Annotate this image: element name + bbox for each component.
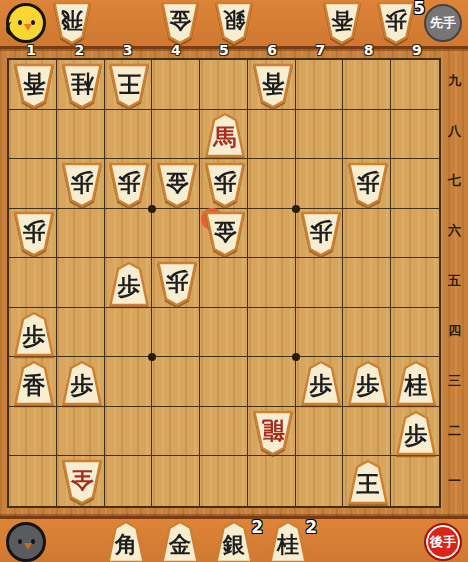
board-square[interactable] [391,456,439,506]
svg-text:歩: 歩 [385,8,408,33]
board-piece-sente[interactable]: 龍 [252,410,294,456]
board-square[interactable] [296,60,344,110]
file-label: 6 [248,43,296,58]
board-piece-sente[interactable]: 桂 [61,63,103,109]
board-piece-gote[interactable]: 歩 [13,311,55,357]
svg-text:歩: 歩 [166,269,190,295]
svg-text:王: 王 [356,471,380,497]
board-square[interactable] [57,308,105,358]
file-label: 7 [296,43,344,58]
hand-piece[interactable]: 歩5 [376,1,416,45]
board-frame: 123456789 香桂王香馬歩歩金歩歩歩金歩歩歩歩香歩歩歩桂龍歩全王 九八七六… [0,46,468,516]
file-label: 2 [55,43,103,58]
file-label: 5 [200,43,248,58]
svg-text:歩: 歩 [308,372,332,398]
board-piece-gote[interactable]: 歩 [108,261,150,307]
svg-text:金: 金 [169,8,192,33]
svg-text:馬: 馬 [213,124,237,150]
rank-label: 六 [442,208,467,258]
svg-text:金: 金 [168,532,191,557]
board-piece-gote[interactable]: 歩 [61,360,103,406]
board-piece-gote[interactable]: 王 [347,459,389,505]
board-square[interactable] [9,407,57,457]
board-piece-sente[interactable]: 金 [156,162,198,208]
hand-piece[interactable]: 銀2 [214,520,254,562]
rank-label: 九 [442,58,467,108]
rank-label: 八 [442,108,467,158]
board-square[interactable] [105,407,153,457]
board-square[interactable] [9,110,57,160]
board-square[interactable] [152,308,200,358]
board-piece-gote[interactable]: 歩 [347,360,389,406]
svg-text:歩: 歩 [309,219,333,245]
svg-text:銀: 銀 [222,532,246,557]
board-piece-sente[interactable]: 歩 [300,211,342,257]
svg-text:香: 香 [22,71,46,97]
hand-piece-count: 5 [413,0,425,18]
hoshi-dot [292,353,300,361]
board-square[interactable] [391,110,439,160]
board-square[interactable] [343,209,391,259]
board-square[interactable] [248,456,296,506]
svg-text:歩: 歩 [117,273,141,299]
hand-piece[interactable]: 銀 [214,1,254,45]
board-piece-sente[interactable]: 全 [61,459,103,505]
board-square[interactable] [152,60,200,110]
svg-text:香: 香 [21,372,45,398]
board-square[interactable] [248,110,296,160]
hoshi-dot [292,205,300,213]
sente-badge: 先手 [424,4,462,42]
board-square[interactable] [200,308,248,358]
file-label: 1 [7,43,55,58]
board-piece-gote[interactable]: 歩 [300,360,342,406]
svg-text:全: 全 [69,467,94,493]
svg-text:歩: 歩 [70,170,94,196]
svg-text:王: 王 [118,71,142,97]
svg-text:桂: 桂 [404,372,428,398]
svg-text:桂: 桂 [276,532,299,557]
svg-text:金: 金 [214,219,238,245]
board-square[interactable] [296,456,344,506]
hand-piece[interactable]: 角 [106,520,146,562]
rank-label: 五 [442,258,467,308]
board-square[interactable] [200,357,248,407]
shogi-app: 飛金銀香歩5 先手 123456789 香桂王香馬歩歩金歩歩歩金歩歩歩歩香歩歩歩… [0,0,468,562]
svg-text:飛: 飛 [61,8,84,33]
svg-text:歩: 歩 [21,323,45,349]
board-piece-gote[interactable]: 香 [13,360,55,406]
hand-piece-count: 2 [305,517,317,537]
rank-label: 一 [442,458,467,508]
board-piece-sente[interactable]: 歩 [108,162,150,208]
svg-text:歩: 歩 [357,170,381,196]
board-square[interactable] [105,209,153,259]
rank-coordinates: 九八七六五四三二一 [442,58,467,508]
board-square[interactable] [105,357,153,407]
board-square[interactable] [391,209,439,259]
hand-piece[interactable]: 金 [160,520,200,562]
rank-label: 四 [442,308,467,358]
svg-text:香: 香 [331,8,354,33]
hand-piece[interactable]: 金 [160,1,200,45]
svg-text:歩: 歩 [22,219,46,245]
board-piece-gote[interactable]: 桂 [395,360,437,406]
svg-text:桂: 桂 [70,71,94,97]
board-square[interactable] [9,159,57,209]
board-square[interactable] [200,407,248,457]
board-square[interactable] [248,357,296,407]
board-square[interactable] [152,456,200,506]
board-piece-sente[interactable]: 香 [13,63,55,109]
board-piece-sente[interactable]: 歩 [204,162,246,208]
bottom-player-bar: 角金銀2桂2 後手 [0,516,468,562]
board-square[interactable] [152,357,200,407]
rank-label: 二 [442,408,467,458]
board-square[interactable] [343,110,391,160]
board-piece-sente[interactable]: 金 [204,211,246,257]
svg-text:歩: 歩 [356,372,380,398]
rank-label: 七 [442,158,467,208]
board-square[interactable] [200,456,248,506]
board-piece-sente[interactable]: 歩 [347,162,389,208]
file-label: 4 [152,43,200,58]
board-square[interactable] [343,60,391,110]
rank-label: 三 [442,358,467,408]
svg-text:香: 香 [261,71,285,97]
svg-text:歩: 歩 [69,372,93,398]
svg-text:角: 角 [114,532,137,557]
svg-text:金: 金 [166,170,190,196]
board-square[interactable] [248,159,296,209]
board-square[interactable] [343,407,391,457]
board-square[interactable] [9,456,57,506]
board-square[interactable] [391,308,439,358]
board-piece-sente[interactable]: 香 [252,63,294,109]
board-square[interactable] [343,258,391,308]
shogi-board: 香桂王香馬歩歩金歩歩歩金歩歩歩歩香歩歩歩桂龍歩全王 [7,58,441,508]
board-square[interactable] [105,456,153,506]
board-square[interactable] [248,258,296,308]
svg-text:龍: 龍 [261,418,285,444]
svg-text:歩: 歩 [404,422,428,448]
board-square[interactable] [296,110,344,160]
board-square[interactable] [248,209,296,259]
board-square[interactable] [296,258,344,308]
board-square[interactable] [152,110,200,160]
board-piece-gote[interactable]: 歩 [395,410,437,456]
file-label: 3 [103,43,151,58]
board-square[interactable] [9,258,57,308]
board-square[interactable] [391,258,439,308]
board-square[interactable] [105,110,153,160]
file-coordinates: 123456789 [7,43,441,58]
svg-text:歩: 歩 [118,170,142,196]
board-piece-sente[interactable]: 王 [108,63,150,109]
board-square[interactable] [57,258,105,308]
board-square[interactable] [200,60,248,110]
board-square[interactable] [296,407,344,457]
board-piece-sente[interactable]: 歩 [13,211,55,257]
board-square[interactable] [391,60,439,110]
board-square[interactable] [296,159,344,209]
board-square[interactable] [200,258,248,308]
hand-piece-count: 2 [251,517,263,537]
board-square[interactable] [391,159,439,209]
board-square[interactable] [296,308,344,358]
file-label: 8 [345,43,393,58]
hand-piece[interactable]: 桂2 [268,520,308,562]
top-player-bar: 飛金銀香歩5 先手 [0,0,468,49]
sente-hand-tray: 飛金銀香歩5 [0,0,468,46]
board-square[interactable] [152,209,200,259]
board-square[interactable] [343,308,391,358]
svg-text:銀: 銀 [222,8,246,33]
file-label: 9 [393,43,441,58]
gote-hand-tray: 角金銀2桂2 [0,519,468,562]
board-square[interactable] [57,407,105,457]
board-square[interactable] [57,209,105,259]
hand-piece[interactable]: 飛 [52,1,92,45]
board-piece-sente[interactable]: 歩 [156,261,198,307]
board-square[interactable] [105,308,153,358]
hand-piece[interactable]: 香 [322,1,362,45]
board-piece-gote[interactable]: 馬 [204,112,246,158]
board-square[interactable] [152,407,200,457]
gote-badge: 後手 [424,523,462,561]
board-square[interactable] [248,308,296,358]
board-square[interactable] [57,110,105,160]
board-piece-sente[interactable]: 歩 [61,162,103,208]
svg-text:歩: 歩 [214,170,238,196]
